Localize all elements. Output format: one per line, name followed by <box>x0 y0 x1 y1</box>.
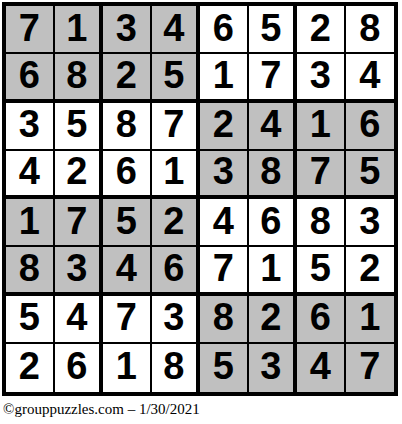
cell-r2c4: 5 <box>152 54 201 102</box>
cell-r6c7: 5 <box>297 247 346 295</box>
cell-r5c6: 6 <box>249 199 298 247</box>
cell-r7c4: 3 <box>152 296 201 344</box>
cell-r5c5: 4 <box>200 199 249 247</box>
cell-r4c6: 8 <box>249 151 298 199</box>
cell-r7c6: 2 <box>249 296 298 344</box>
cell-r7c8: 1 <box>346 296 395 344</box>
cell-r3c4: 7 <box>152 103 201 151</box>
cell-r3c6: 4 <box>249 103 298 151</box>
cell-r8c4: 8 <box>152 344 201 392</box>
cell-r1c6: 5 <box>249 6 298 54</box>
cell-r5c7: 8 <box>297 199 346 247</box>
cell-r1c5: 6 <box>200 6 249 54</box>
cell-r1c3: 3 <box>103 6 152 54</box>
cell-r1c2: 1 <box>55 6 104 54</box>
cell-r6c4: 6 <box>152 247 201 295</box>
cell-r6c2: 3 <box>55 247 104 295</box>
cell-r2c3: 2 <box>103 54 152 102</box>
cell-r2c5: 1 <box>200 54 249 102</box>
cell-r1c8: 8 <box>346 6 395 54</box>
cell-r7c3: 7 <box>103 296 152 344</box>
cell-r2c7: 3 <box>297 54 346 102</box>
cell-r2c8: 4 <box>346 54 395 102</box>
cell-r4c7: 7 <box>297 151 346 199</box>
cell-r7c2: 4 <box>55 296 104 344</box>
cell-r1c7: 2 <box>297 6 346 54</box>
cell-r8c3: 1 <box>103 344 152 392</box>
cell-r5c3: 5 <box>103 199 152 247</box>
cell-r8c1: 2 <box>6 344 55 392</box>
cell-r3c5: 2 <box>200 103 249 151</box>
cell-r5c2: 7 <box>55 199 104 247</box>
cell-r8c2: 6 <box>55 344 104 392</box>
cell-r5c8: 3 <box>346 199 395 247</box>
cell-r7c7: 6 <box>297 296 346 344</box>
cell-r4c1: 4 <box>6 151 55 199</box>
cell-r6c1: 8 <box>6 247 55 295</box>
cell-r8c6: 3 <box>249 344 298 392</box>
cell-r5c4: 2 <box>152 199 201 247</box>
cell-r4c5: 3 <box>200 151 249 199</box>
cell-r3c7: 1 <box>297 103 346 151</box>
cell-r7c5: 8 <box>200 296 249 344</box>
cell-r3c3: 8 <box>103 103 152 151</box>
cell-r4c3: 6 <box>103 151 152 199</box>
cell-r1c4: 4 <box>152 6 201 54</box>
cell-r6c3: 4 <box>103 247 152 295</box>
cell-r3c2: 5 <box>55 103 104 151</box>
cell-r3c1: 3 <box>6 103 55 151</box>
copyright-credit: ©grouppuzzles.com – 1/30/2021 <box>3 401 200 418</box>
cell-r6c6: 1 <box>249 247 298 295</box>
cell-r2c2: 8 <box>55 54 104 102</box>
cell-r3c8: 6 <box>346 103 395 151</box>
cell-r8c8: 7 <box>346 344 395 392</box>
puzzle-page: 7134652868251734358724164261387517524683… <box>0 0 402 424</box>
cell-r8c5: 5 <box>200 344 249 392</box>
cell-r5c1: 1 <box>6 199 55 247</box>
cell-r7c1: 5 <box>6 296 55 344</box>
cell-r6c5: 7 <box>200 247 249 295</box>
cell-r2c6: 7 <box>249 54 298 102</box>
cell-r4c8: 5 <box>346 151 395 199</box>
cell-r1c1: 7 <box>6 6 55 54</box>
sudoku-board: 7134652868251734358724164261387517524683… <box>2 2 398 396</box>
cell-r6c8: 2 <box>346 247 395 295</box>
cell-r4c4: 1 <box>152 151 201 199</box>
cell-r4c2: 2 <box>55 151 104 199</box>
cell-r2c1: 6 <box>6 54 55 102</box>
cell-r8c7: 4 <box>297 344 346 392</box>
